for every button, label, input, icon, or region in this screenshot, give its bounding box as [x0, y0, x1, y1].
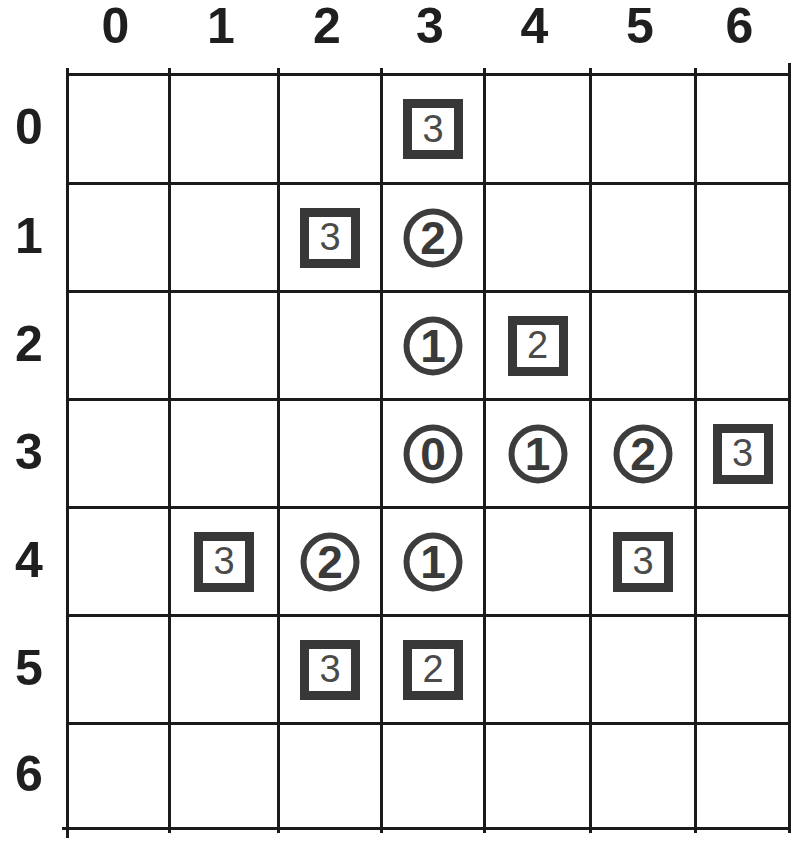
grid-hline: [62, 827, 791, 830]
grid-vline: [788, 63, 791, 833]
cell-r2c1: [171, 293, 277, 398]
cell-r0c1: [171, 76, 277, 182]
cell-r0c5: [592, 76, 694, 182]
cell-r3c1: [171, 401, 277, 506]
marker-circle-r2c3: 1: [404, 316, 463, 375]
row-label-5: 5: [6, 643, 52, 693]
cell-r2c6: [697, 293, 788, 398]
marker-circle-r3c5: 2: [614, 424, 673, 483]
cell-r6c6: [697, 725, 788, 827]
wavefront-grid-figure: 0123456 0123456 332120123321332: [0, 0, 800, 841]
marker-square-r1c2: 3: [300, 208, 360, 268]
cell-r4c4: [486, 509, 589, 614]
cell-r2c5: [592, 293, 694, 398]
cell-r0c0: [69, 76, 168, 182]
cell-r4c0: [69, 509, 168, 614]
col-label-0: 0: [102, 1, 130, 51]
cell-r5c6: [697, 617, 788, 722]
cell-r2c2: [280, 293, 380, 398]
cell-r6c3: [383, 725, 483, 827]
col-label-2: 2: [313, 1, 341, 51]
marker-square-r4c5: 3: [613, 532, 673, 592]
marker-circle-r3c3: 0: [404, 424, 463, 483]
marker-square-r3c6: 3: [713, 424, 773, 484]
row-label-6: 6: [6, 749, 52, 799]
cell-r6c4: [486, 725, 589, 827]
marker-circle-r4c2: 2: [301, 532, 360, 591]
cell-r5c1: [171, 617, 277, 722]
cell-r6c0: [69, 725, 168, 827]
row-label-2: 2: [6, 319, 52, 369]
col-label-3: 3: [416, 1, 444, 51]
grid-board: 332120123321332: [66, 73, 791, 830]
cell-r5c0: [69, 617, 168, 722]
cell-r5c5: [592, 617, 694, 722]
marker-square-r0c3: 3: [403, 99, 463, 159]
cell-r6c5: [592, 725, 694, 827]
col-label-1: 1: [207, 1, 235, 51]
marker-square-r5c2: 3: [300, 640, 360, 700]
marker-circle-r3c4: 1: [508, 424, 567, 483]
marker-circle-r4c3: 1: [404, 532, 463, 591]
cell-r1c6: [697, 185, 788, 290]
cell-r6c2: [280, 725, 380, 827]
cell-r1c0: [69, 185, 168, 290]
marker-square-r4c1: 3: [194, 532, 254, 592]
cell-r3c2: [280, 401, 380, 506]
cell-r3c0: [69, 401, 168, 506]
col-label-5: 5: [626, 1, 654, 51]
cell-r1c5: [592, 185, 694, 290]
cell-r0c6: [697, 76, 788, 182]
col-label-6: 6: [726, 1, 754, 51]
cell-r2c0: [69, 293, 168, 398]
marker-square-r2c4: 2: [508, 316, 568, 376]
cell-r1c4: [486, 185, 589, 290]
marker-circle-r1c3: 2: [404, 208, 463, 267]
row-label-0: 0: [6, 102, 52, 152]
cell-r0c4: [486, 76, 589, 182]
col-label-4: 4: [521, 1, 549, 51]
row-label-3: 3: [6, 427, 52, 477]
cell-r4c6: [697, 509, 788, 614]
cell-r5c4: [486, 617, 589, 722]
marker-square-r5c3: 2: [403, 640, 463, 700]
row-label-4: 4: [6, 535, 52, 585]
cell-r6c1: [171, 725, 277, 827]
cell-r0c2: [280, 76, 380, 182]
cell-r1c1: [171, 185, 277, 290]
row-label-1: 1: [6, 211, 52, 261]
